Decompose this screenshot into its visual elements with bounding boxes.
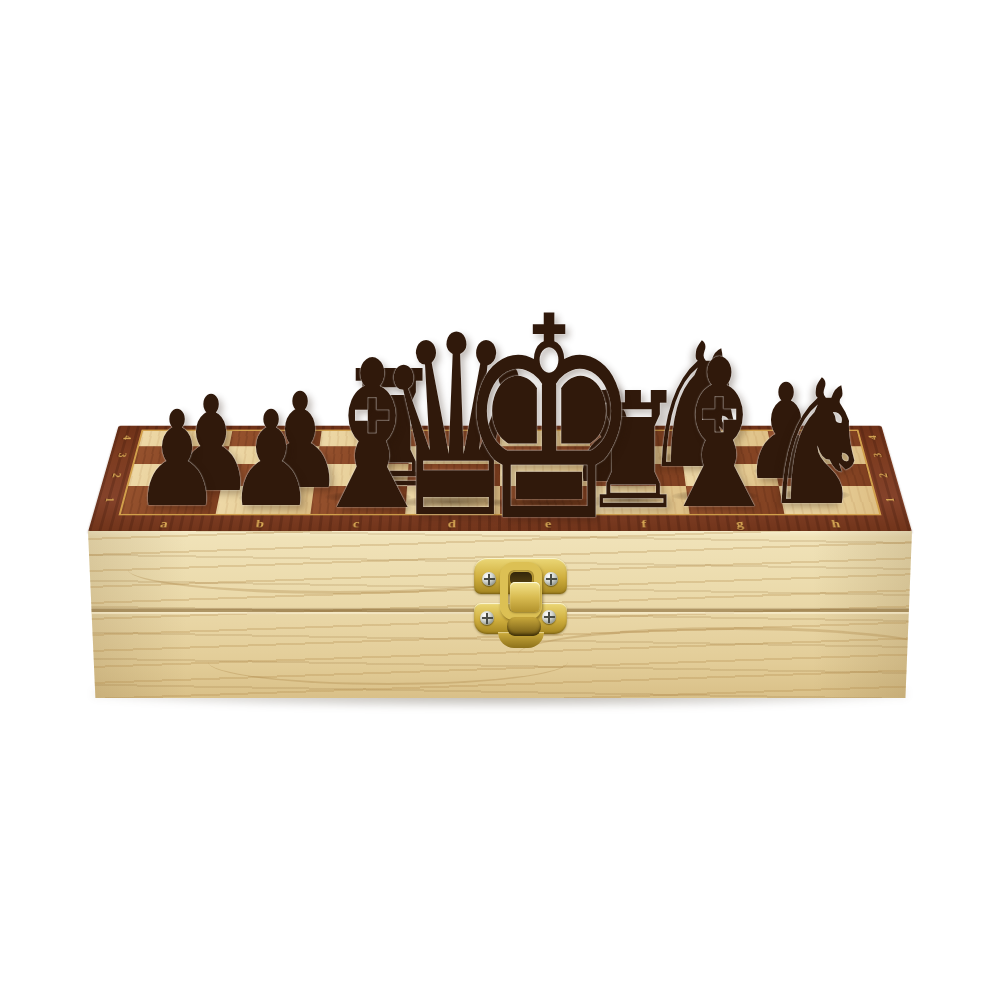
piece-black-king-e1[interactable]: ♚ bbox=[456, 280, 642, 560]
wood-grain-streak bbox=[518, 627, 948, 682]
piece-black-pawn-a1[interactable]: ♟ bbox=[133, 393, 221, 525]
screw-icon bbox=[542, 610, 556, 624]
screw-icon bbox=[480, 611, 494, 625]
latch-hook bbox=[507, 617, 541, 636]
rank-label-left-2: 2 bbox=[108, 473, 125, 478]
product-photo: abcdefgh11223344 ♞♟♟♜♟♟♞♝♝♟♟♜♛♚ bbox=[0, 0, 1000, 1000]
latch-hasp-bar bbox=[510, 582, 540, 612]
rank-label-left-1: 1 bbox=[101, 497, 118, 502]
rank-label-left-3: 3 bbox=[114, 453, 130, 457]
rank-label-right-2: 2 bbox=[875, 473, 892, 478]
piece-black-pawn-b1[interactable]: ♟ bbox=[227, 393, 315, 525]
rank-label-right-1: 1 bbox=[882, 497, 899, 502]
